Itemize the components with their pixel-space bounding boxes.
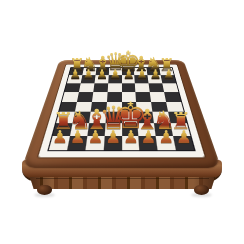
square-h1	[173, 136, 194, 150]
square-d6	[107, 83, 121, 92]
square-c5	[92, 92, 108, 102]
square-e4	[122, 102, 138, 112]
square-f3	[137, 112, 154, 123]
square-e1	[122, 136, 140, 150]
square-c6	[93, 83, 108, 92]
product-photo-stage: ♜♞♝♛♚♝♞♜♟♟♟♟♟♟♟♟♜♞♝♛♚♝♞♜♟♟♟♟♟♟♟♟	[0, 0, 244, 244]
square-f6	[135, 83, 150, 92]
square-b1	[67, 136, 87, 150]
square-h4	[166, 102, 184, 112]
square-d1	[103, 136, 121, 150]
square-e6	[122, 83, 136, 92]
square-d7	[108, 75, 122, 83]
square-f5	[136, 92, 152, 102]
square-e2	[122, 123, 139, 136]
square-d3	[105, 112, 121, 123]
square-h2	[171, 123, 191, 136]
square-b4	[75, 102, 92, 112]
square-f2	[138, 123, 156, 136]
square-d5	[107, 92, 122, 102]
square-b8	[82, 68, 96, 75]
board-margin	[38, 65, 205, 158]
square-c8	[95, 68, 109, 75]
square-c3	[89, 112, 106, 123]
square-c1	[85, 136, 104, 150]
drawer-seam	[36, 178, 208, 179]
square-b5	[77, 92, 93, 102]
chess-board-frame	[22, 60, 222, 168]
box-foot-right	[194, 185, 209, 195]
square-e5	[122, 92, 137, 102]
square-h5	[164, 92, 181, 102]
square-e7	[122, 75, 136, 83]
square-d4	[106, 102, 122, 112]
square-f1	[139, 136, 158, 150]
square-d2	[104, 123, 121, 136]
chess-board-grid	[49, 68, 194, 150]
square-b2	[70, 123, 89, 136]
square-c4	[90, 102, 106, 112]
square-c2	[87, 123, 105, 136]
square-h6	[162, 83, 178, 92]
square-c7	[94, 75, 108, 83]
square-e3	[122, 112, 138, 123]
square-b7	[81, 75, 96, 83]
chess-box-drawer	[29, 177, 216, 189]
square-e8	[122, 68, 135, 75]
box-foot-left	[37, 185, 52, 195]
square-h8	[159, 68, 174, 75]
square-h7	[161, 75, 176, 83]
square-f7	[135, 75, 149, 83]
square-h3	[168, 112, 187, 123]
square-b3	[72, 112, 90, 123]
square-b6	[79, 83, 94, 92]
square-f8	[134, 68, 148, 75]
square-f4	[136, 102, 152, 112]
square-d8	[108, 68, 121, 75]
